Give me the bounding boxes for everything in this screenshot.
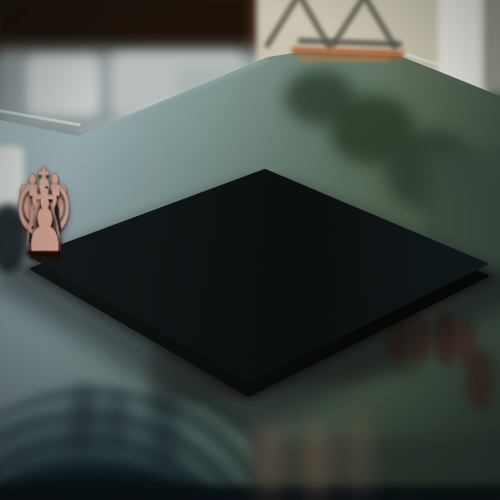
piece-white-pawn-h2[interactable]: ♟ <box>26 199 66 256</box>
black-piece-reflection <box>150 395 180 470</box>
pink-piece-reflection <box>466 348 494 410</box>
sunset-glint <box>300 58 390 61</box>
background-edge <box>484 0 500 92</box>
pink-piece-reflection <box>345 418 373 498</box>
pink-piece-reflection <box>300 425 334 500</box>
photo-scene: ♜♞♝♛♚♝♞♜♟♟♟♟♟♟♟♟♟♟♟♟♟♟♟♟♜♞♝♛♚♝♞♜ <box>0 0 500 500</box>
seat-cushion <box>26 56 100 116</box>
table-front-edge <box>0 486 500 500</box>
pink-piece-reflection <box>255 415 285 500</box>
